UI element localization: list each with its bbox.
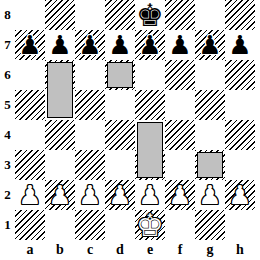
square-h1[interactable] bbox=[225, 210, 255, 240]
square-e5[interactable] bbox=[135, 90, 165, 120]
square-a4[interactable] bbox=[15, 120, 45, 150]
square-d3[interactable] bbox=[105, 150, 135, 180]
chess-diagram: 87654321 ♚♟♟♟♟♟♟♟♟♟♟♟♟♟♟♟♟♚ abcdefgh bbox=[0, 0, 260, 260]
square-h3[interactable] bbox=[225, 150, 255, 180]
white-pawn-a2: ♟ bbox=[18, 182, 41, 208]
move-highlight-b6-b5 bbox=[47, 62, 73, 118]
square-e2[interactable]: ♟ bbox=[135, 180, 165, 210]
white-pawn-g2: ♟ bbox=[198, 182, 221, 208]
square-g2[interactable]: ♟ bbox=[195, 180, 225, 210]
black-pawn-g7: ♟ bbox=[198, 32, 221, 58]
square-e8[interactable]: ♚ bbox=[135, 0, 165, 30]
square-a3[interactable] bbox=[15, 150, 45, 180]
square-c7[interactable]: ♟ bbox=[75, 30, 105, 60]
black-pawn-a7: ♟ bbox=[18, 32, 41, 58]
square-e6[interactable] bbox=[135, 60, 165, 90]
square-d8[interactable] bbox=[105, 0, 135, 30]
rank-labels: 87654321 bbox=[0, 0, 15, 240]
square-e7[interactable]: ♟ bbox=[135, 30, 165, 60]
black-pawn-c7: ♟ bbox=[78, 32, 101, 58]
square-b3[interactable] bbox=[45, 150, 75, 180]
rank-label-5: 5 bbox=[0, 90, 15, 120]
black-pawn-e7: ♟ bbox=[138, 32, 161, 58]
white-pawn-c2: ♟ bbox=[78, 182, 101, 208]
square-a5[interactable] bbox=[15, 90, 45, 120]
square-c2[interactable]: ♟ bbox=[75, 180, 105, 210]
square-g8[interactable] bbox=[195, 0, 225, 30]
square-f1[interactable] bbox=[165, 210, 195, 240]
rank-label-3: 3 bbox=[0, 150, 15, 180]
rank-label-8: 8 bbox=[0, 0, 15, 30]
square-d2[interactable]: ♟ bbox=[105, 180, 135, 210]
square-h6[interactable] bbox=[225, 60, 255, 90]
white-pawn-b2: ♟ bbox=[48, 182, 71, 208]
file-label-e: e bbox=[135, 240, 165, 260]
square-f2[interactable]: ♟ bbox=[165, 180, 195, 210]
square-h7[interactable]: ♟ bbox=[225, 30, 255, 60]
square-f6[interactable] bbox=[165, 60, 195, 90]
white-king-e1: ♚ bbox=[136, 210, 164, 241]
square-g4[interactable] bbox=[195, 120, 225, 150]
square-b1[interactable] bbox=[45, 210, 75, 240]
square-c4[interactable] bbox=[75, 120, 105, 150]
square-f3[interactable] bbox=[165, 150, 195, 180]
white-pawn-d2: ♟ bbox=[108, 182, 131, 208]
move-highlight-g3 bbox=[197, 152, 223, 178]
rank-label-4: 4 bbox=[0, 120, 15, 150]
square-a8[interactable] bbox=[15, 0, 45, 30]
black-pawn-h7: ♟ bbox=[228, 32, 251, 58]
square-g7[interactable]: ♟ bbox=[195, 30, 225, 60]
square-a7[interactable]: ♟ bbox=[15, 30, 45, 60]
square-c3[interactable] bbox=[75, 150, 105, 180]
rank-label-2: 2 bbox=[0, 180, 15, 210]
square-f5[interactable] bbox=[165, 90, 195, 120]
square-h5[interactable] bbox=[225, 90, 255, 120]
square-g6[interactable] bbox=[195, 60, 225, 90]
square-d4[interactable] bbox=[105, 120, 135, 150]
square-d1[interactable] bbox=[105, 210, 135, 240]
square-d7[interactable]: ♟ bbox=[105, 30, 135, 60]
file-label-f: f bbox=[165, 240, 195, 260]
rank-label-7: 7 bbox=[0, 30, 15, 60]
square-e1[interactable]: ♚ bbox=[135, 210, 165, 240]
file-label-d: d bbox=[105, 240, 135, 260]
black-king-e8: ♚ bbox=[136, 0, 164, 31]
square-a6[interactable] bbox=[15, 60, 45, 90]
file-label-b: b bbox=[45, 240, 75, 260]
black-pawn-d7: ♟ bbox=[108, 32, 131, 58]
square-h4[interactable] bbox=[225, 120, 255, 150]
square-g1[interactable] bbox=[195, 210, 225, 240]
white-pawn-e2: ♟ bbox=[138, 182, 161, 208]
black-pawn-b7: ♟ bbox=[48, 32, 71, 58]
square-c8[interactable] bbox=[75, 0, 105, 30]
file-label-g: g bbox=[195, 240, 225, 260]
square-c5[interactable] bbox=[75, 90, 105, 120]
rank-label-1: 1 bbox=[0, 210, 15, 240]
file-labels: abcdefgh bbox=[15, 240, 255, 260]
black-pawn-f7: ♟ bbox=[168, 32, 191, 58]
square-f7[interactable]: ♟ bbox=[165, 30, 195, 60]
square-h8[interactable] bbox=[225, 0, 255, 30]
move-highlight-e4-e3 bbox=[137, 122, 163, 178]
square-b4[interactable] bbox=[45, 120, 75, 150]
rank-label-6: 6 bbox=[0, 60, 15, 90]
square-f4[interactable] bbox=[165, 120, 195, 150]
square-g5[interactable] bbox=[195, 90, 225, 120]
square-a1[interactable] bbox=[15, 210, 45, 240]
chess-board: ♚♟♟♟♟♟♟♟♟♟♟♟♟♟♟♟♟♚ bbox=[15, 0, 255, 240]
square-h2[interactable]: ♟ bbox=[225, 180, 255, 210]
square-f8[interactable] bbox=[165, 0, 195, 30]
file-label-a: a bbox=[15, 240, 45, 260]
square-c6[interactable] bbox=[75, 60, 105, 90]
square-a2[interactable]: ♟ bbox=[15, 180, 45, 210]
move-highlight-d6 bbox=[107, 62, 133, 88]
file-label-c: c bbox=[75, 240, 105, 260]
white-pawn-h2: ♟ bbox=[228, 182, 251, 208]
square-b7[interactable]: ♟ bbox=[45, 30, 75, 60]
square-b8[interactable] bbox=[45, 0, 75, 30]
square-d5[interactable] bbox=[105, 90, 135, 120]
white-pawn-f2: ♟ bbox=[168, 182, 191, 208]
square-b2[interactable]: ♟ bbox=[45, 180, 75, 210]
file-label-h: h bbox=[225, 240, 255, 260]
square-c1[interactable] bbox=[75, 210, 105, 240]
